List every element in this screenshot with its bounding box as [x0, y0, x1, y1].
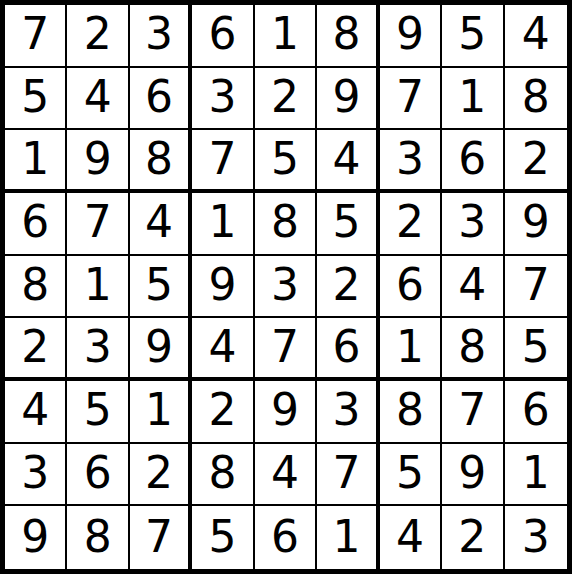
- cell-r9c4[interactable]: 5: [192, 506, 254, 569]
- cell-r2c8[interactable]: 1: [442, 68, 504, 131]
- cell-digit: 2: [84, 12, 112, 56]
- cell-digit: 9: [522, 200, 550, 244]
- cell-digit: 5: [458, 12, 486, 56]
- cell-r5c3[interactable]: 5: [130, 256, 192, 319]
- sudoku-board: 7236189545463297181987543626741852398159…: [0, 0, 572, 574]
- cell-digit: 4: [209, 325, 237, 369]
- cell-r5c1[interactable]: 8: [5, 256, 67, 319]
- cell-r8c5[interactable]: 4: [255, 444, 317, 507]
- cell-digit: 4: [271, 451, 299, 495]
- cell-digit: 5: [271, 137, 299, 181]
- cell-digit: 3: [522, 515, 550, 559]
- cell-digit: 3: [396, 137, 424, 181]
- cell-digit: 2: [396, 200, 424, 244]
- cell-digit: 9: [84, 137, 112, 181]
- cell-digit: 5: [396, 451, 424, 495]
- cell-r4c4[interactable]: 1: [192, 193, 254, 256]
- cell-r6c4[interactable]: 4: [192, 318, 254, 381]
- cell-digit: 3: [458, 200, 486, 244]
- cell-r8c2[interactable]: 6: [67, 444, 129, 507]
- cell-digit: 7: [209, 137, 237, 181]
- cell-r2c9[interactable]: 8: [505, 68, 567, 131]
- cell-digit: 6: [271, 515, 299, 559]
- cell-digit: 5: [21, 75, 49, 119]
- cell-r5c8[interactable]: 4: [442, 256, 504, 319]
- cell-r3c4[interactable]: 7: [192, 130, 254, 193]
- cell-digit: 9: [458, 451, 486, 495]
- cell-digit: 1: [209, 200, 237, 244]
- cell-r6c8[interactable]: 8: [442, 318, 504, 381]
- cell-digit: 8: [21, 263, 49, 307]
- cell-digit: 6: [458, 137, 486, 181]
- cell-digit: 2: [145, 451, 173, 495]
- cell-r6c1[interactable]: 2: [5, 318, 67, 381]
- cell-digit: 9: [145, 325, 173, 369]
- cell-digit: 9: [332, 75, 360, 119]
- cell-r2c2[interactable]: 4: [67, 68, 129, 131]
- cell-digit: 8: [396, 388, 424, 432]
- cell-digit: 4: [458, 263, 486, 307]
- cell-digit: 2: [458, 515, 486, 559]
- cell-r1c4[interactable]: 6: [192, 5, 254, 68]
- cell-r4c5[interactable]: 8: [255, 193, 317, 256]
- cell-r9c5[interactable]: 6: [255, 506, 317, 569]
- cell-digit: 5: [522, 325, 550, 369]
- cell-r9c2[interactable]: 8: [67, 506, 129, 569]
- cell-r6c3[interactable]: 9: [130, 318, 192, 381]
- cell-r5c4[interactable]: 9: [192, 256, 254, 319]
- cell-r3c1[interactable]: 1: [5, 130, 67, 193]
- cell-r7c6[interactable]: 3: [317, 381, 379, 444]
- cell-r9c3[interactable]: 7: [130, 506, 192, 569]
- cell-digit: 5: [145, 263, 173, 307]
- cell-r3c9[interactable]: 2: [505, 130, 567, 193]
- cell-digit: 9: [209, 263, 237, 307]
- cell-digit: 8: [458, 325, 486, 369]
- cell-digit: 7: [332, 451, 360, 495]
- cell-r8c8[interactable]: 9: [442, 444, 504, 507]
- cell-digit: 4: [522, 12, 550, 56]
- cell-r1c8[interactable]: 5: [442, 5, 504, 68]
- cell-digit: 9: [396, 12, 424, 56]
- cell-r6c9[interactable]: 5: [505, 318, 567, 381]
- cell-r3c6[interactable]: 4: [317, 130, 379, 193]
- cell-r6c6[interactable]: 6: [317, 318, 379, 381]
- cell-r2c3[interactable]: 6: [130, 68, 192, 131]
- cell-digit: 3: [84, 325, 112, 369]
- cell-r7c7[interactable]: 8: [380, 381, 442, 444]
- cell-digit: 5: [209, 515, 237, 559]
- cell-r8c6[interactable]: 7: [317, 444, 379, 507]
- cell-digit: 2: [21, 325, 49, 369]
- cell-r1c7[interactable]: 9: [380, 5, 442, 68]
- cell-digit: 1: [396, 325, 424, 369]
- cell-r8c1[interactable]: 3: [5, 444, 67, 507]
- cell-r1c2[interactable]: 2: [67, 5, 129, 68]
- cell-digit: 6: [332, 325, 360, 369]
- cell-r4c6[interactable]: 5: [317, 193, 379, 256]
- cell-r3c2[interactable]: 9: [67, 130, 129, 193]
- cell-r4c8[interactable]: 3: [442, 193, 504, 256]
- cell-digit: 1: [458, 75, 486, 119]
- cell-digit: 8: [271, 200, 299, 244]
- cell-digit: 4: [145, 200, 173, 244]
- cell-digit: 6: [145, 75, 173, 119]
- cell-r4c2[interactable]: 7: [67, 193, 129, 256]
- cell-r4c3[interactable]: 4: [130, 193, 192, 256]
- cell-r8c9[interactable]: 1: [505, 444, 567, 507]
- cell-digit: 6: [21, 200, 49, 244]
- cell-digit: 1: [84, 263, 112, 307]
- cell-digit: 8: [84, 515, 112, 559]
- cell-r1c9[interactable]: 4: [505, 5, 567, 68]
- cell-r7c3[interactable]: 1: [130, 381, 192, 444]
- cell-digit: 1: [145, 388, 173, 432]
- cell-digit: 4: [84, 75, 112, 119]
- cell-r7c4[interactable]: 2: [192, 381, 254, 444]
- cell-digit: 5: [84, 388, 112, 432]
- cell-r3c3[interactable]: 8: [130, 130, 192, 193]
- cell-r3c5[interactable]: 5: [255, 130, 317, 193]
- cell-r7c1[interactable]: 4: [5, 381, 67, 444]
- cell-r1c1[interactable]: 7: [5, 5, 67, 68]
- cell-r4c9[interactable]: 9: [505, 193, 567, 256]
- cell-r9c1[interactable]: 9: [5, 506, 67, 569]
- cell-digit: 4: [21, 388, 49, 432]
- cell-digit: 6: [522, 388, 550, 432]
- cell-r7c2[interactable]: 5: [67, 381, 129, 444]
- cell-r8c3[interactable]: 2: [130, 444, 192, 507]
- cell-digit: 2: [522, 137, 550, 181]
- cell-digit: 8: [522, 75, 550, 119]
- cell-digit: 8: [332, 12, 360, 56]
- cell-r4c7[interactable]: 2: [380, 193, 442, 256]
- cell-r6c2[interactable]: 3: [67, 318, 129, 381]
- cell-r5c6[interactable]: 2: [317, 256, 379, 319]
- cell-digit: 1: [522, 451, 550, 495]
- cell-digit: 3: [21, 451, 49, 495]
- cell-digit: 3: [209, 75, 237, 119]
- cell-r3c8[interactable]: 6: [442, 130, 504, 193]
- cell-r1c5[interactable]: 1: [255, 5, 317, 68]
- cell-digit: 7: [271, 325, 299, 369]
- cell-digit: 4: [332, 137, 360, 181]
- cell-digit: 1: [271, 12, 299, 56]
- cell-digit: 6: [396, 263, 424, 307]
- cell-digit: 7: [84, 200, 112, 244]
- cell-r2c7[interactable]: 7: [380, 68, 442, 131]
- cell-r5c7[interactable]: 6: [380, 256, 442, 319]
- cell-digit: 1: [332, 515, 360, 559]
- cell-digit: 2: [271, 75, 299, 119]
- cell-digit: 6: [84, 451, 112, 495]
- cell-digit: 2: [209, 388, 237, 432]
- cell-digit: 7: [396, 75, 424, 119]
- cell-r9c7[interactable]: 4: [380, 506, 442, 569]
- cell-digit: 3: [145, 12, 173, 56]
- cell-r9c9[interactable]: 3: [505, 506, 567, 569]
- cell-digit: 6: [209, 12, 237, 56]
- cell-r6c7[interactable]: 1: [380, 318, 442, 381]
- cell-digit: 3: [332, 388, 360, 432]
- cell-r2c6[interactable]: 9: [317, 68, 379, 131]
- cell-r2c1[interactable]: 5: [5, 68, 67, 131]
- cell-r7c8[interactable]: 7: [442, 381, 504, 444]
- cell-digit: 9: [21, 515, 49, 559]
- cell-r1c6[interactable]: 8: [317, 5, 379, 68]
- cell-digit: 7: [21, 12, 49, 56]
- cell-r8c4[interactable]: 8: [192, 444, 254, 507]
- cell-digit: 8: [209, 451, 237, 495]
- cell-r9c6[interactable]: 1: [317, 506, 379, 569]
- cell-r1c3[interactable]: 3: [130, 5, 192, 68]
- cell-r7c9[interactable]: 6: [505, 381, 567, 444]
- cell-digit: 7: [458, 388, 486, 432]
- cell-digit: 7: [522, 263, 550, 307]
- cell-r8c7[interactable]: 5: [380, 444, 442, 507]
- cell-r2c4[interactable]: 3: [192, 68, 254, 131]
- cell-r4c1[interactable]: 6: [5, 193, 67, 256]
- cell-digit: 8: [145, 137, 173, 181]
- cell-digit: 3: [271, 263, 299, 307]
- cell-digit: 9: [271, 388, 299, 432]
- cell-digit: 7: [145, 515, 173, 559]
- cell-digit: 2: [332, 263, 360, 307]
- cell-r5c2[interactable]: 1: [67, 256, 129, 319]
- cell-r9c8[interactable]: 2: [442, 506, 504, 569]
- cell-r5c9[interactable]: 7: [505, 256, 567, 319]
- cell-r6c5[interactable]: 7: [255, 318, 317, 381]
- cell-digit: 5: [332, 200, 360, 244]
- cell-r7c5[interactable]: 9: [255, 381, 317, 444]
- cell-r2c5[interactable]: 2: [255, 68, 317, 131]
- cell-digit: 1: [21, 137, 49, 181]
- cell-digit: 4: [396, 515, 424, 559]
- cell-r3c7[interactable]: 3: [380, 130, 442, 193]
- cell-r5c5[interactable]: 3: [255, 256, 317, 319]
